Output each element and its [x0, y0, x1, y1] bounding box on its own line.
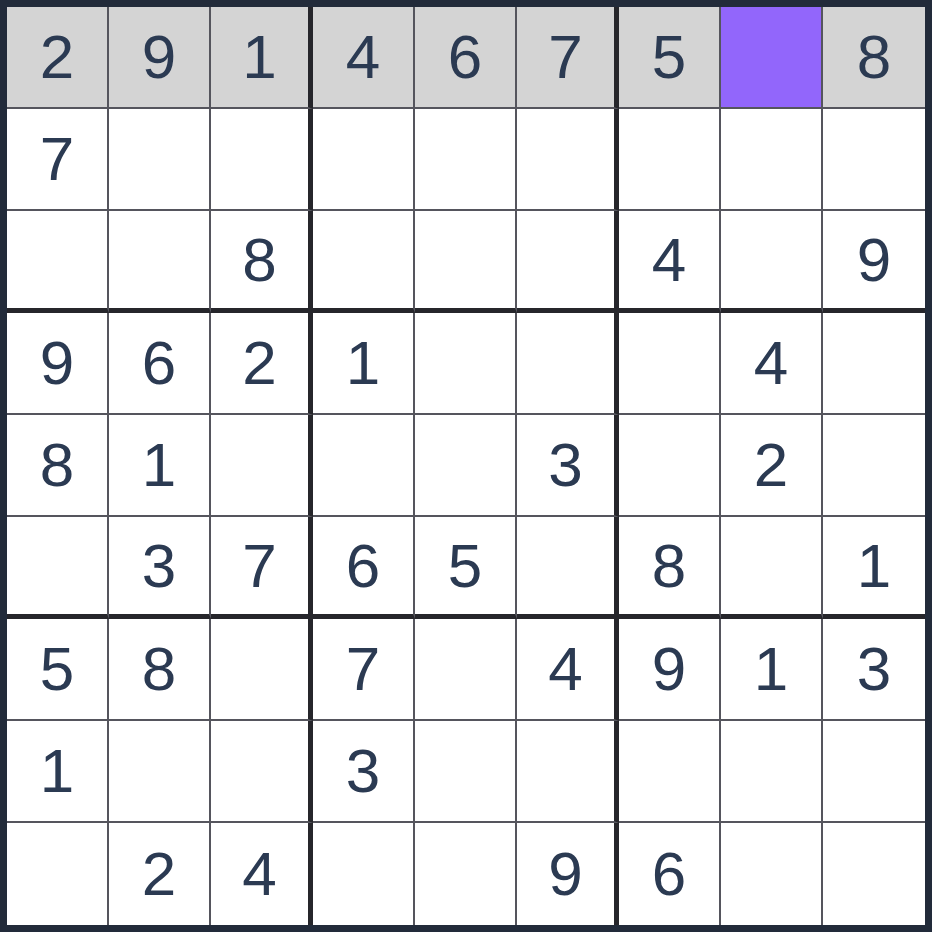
cell-r9c6[interactable]: 9: [517, 823, 619, 925]
cell-r7c5[interactable]: [415, 619, 517, 721]
cell-r2c1[interactable]: 7: [7, 109, 109, 211]
cell-r7c4[interactable]: 7: [313, 619, 415, 721]
cell-r6c1[interactable]: [7, 517, 109, 619]
cell-r1c2[interactable]: 9: [109, 7, 211, 109]
cell-r3c8[interactable]: [721, 211, 823, 313]
cell-r5c5[interactable]: [415, 415, 517, 517]
cell-r4c6[interactable]: [517, 313, 619, 415]
cell-r9c2[interactable]: 2: [109, 823, 211, 925]
cell-r6c8[interactable]: [721, 517, 823, 619]
cell-r4c2[interactable]: 6: [109, 313, 211, 415]
cell-r8c3[interactable]: [211, 721, 313, 823]
cell-r4c9[interactable]: [823, 313, 925, 415]
cell-r6c5[interactable]: 5: [415, 517, 517, 619]
cell-r4c8[interactable]: 4: [721, 313, 823, 415]
cell-r3c5[interactable]: [415, 211, 517, 313]
cell-r8c9[interactable]: [823, 721, 925, 823]
cell-r1c7[interactable]: 5: [619, 7, 721, 109]
cell-r3c9[interactable]: 9: [823, 211, 925, 313]
cell-r7c3[interactable]: [211, 619, 313, 721]
cell-r5c2[interactable]: 1: [109, 415, 211, 517]
cell-r6c6[interactable]: [517, 517, 619, 619]
cell-r7c6[interactable]: 4: [517, 619, 619, 721]
cell-r1c1[interactable]: 2: [7, 7, 109, 109]
cell-r2c9[interactable]: [823, 109, 925, 211]
cell-r2c8[interactable]: [721, 109, 823, 211]
cell-r5c3[interactable]: [211, 415, 313, 517]
cell-r4c4[interactable]: 1: [313, 313, 415, 415]
cell-r3c4[interactable]: [313, 211, 415, 313]
cell-r4c3[interactable]: 2: [211, 313, 313, 415]
cell-r1c4[interactable]: 4: [313, 7, 415, 109]
cell-r7c8[interactable]: 1: [721, 619, 823, 721]
cell-r9c4[interactable]: [313, 823, 415, 925]
cell-r8c8[interactable]: [721, 721, 823, 823]
cell-r9c7[interactable]: 6: [619, 823, 721, 925]
cell-r3c6[interactable]: [517, 211, 619, 313]
cell-r5c4[interactable]: [313, 415, 415, 517]
cell-r5c7[interactable]: [619, 415, 721, 517]
cell-r6c7[interactable]: 8: [619, 517, 721, 619]
cell-r3c3[interactable]: 8: [211, 211, 313, 313]
cell-r2c4[interactable]: [313, 109, 415, 211]
cell-r4c5[interactable]: [415, 313, 517, 415]
cell-r6c9[interactable]: 1: [823, 517, 925, 619]
cell-r6c2[interactable]: 3: [109, 517, 211, 619]
cell-r6c4[interactable]: 6: [313, 517, 415, 619]
cell-r8c6[interactable]: [517, 721, 619, 823]
cell-r2c6[interactable]: [517, 109, 619, 211]
cell-r3c1[interactable]: [7, 211, 109, 313]
cell-r4c1[interactable]: 9: [7, 313, 109, 415]
cell-r5c1[interactable]: 8: [7, 415, 109, 517]
cell-r9c8[interactable]: [721, 823, 823, 925]
cell-r8c5[interactable]: [415, 721, 517, 823]
cell-r7c2[interactable]: 8: [109, 619, 211, 721]
cell-r2c5[interactable]: [415, 109, 517, 211]
cell-r6c3[interactable]: 7: [211, 517, 313, 619]
cell-r3c2[interactable]: [109, 211, 211, 313]
cell-r8c1[interactable]: 1: [7, 721, 109, 823]
cell-r1c9[interactable]: 8: [823, 7, 925, 109]
cell-r1c3[interactable]: 1: [211, 7, 313, 109]
cell-r9c3[interactable]: 4: [211, 823, 313, 925]
cell-r2c2[interactable]: [109, 109, 211, 211]
cell-r1c5[interactable]: 6: [415, 7, 517, 109]
cell-r7c1[interactable]: 5: [7, 619, 109, 721]
cell-r7c7[interactable]: 9: [619, 619, 721, 721]
cell-r3c7[interactable]: 4: [619, 211, 721, 313]
cell-r5c6[interactable]: 3: [517, 415, 619, 517]
sudoku-board: 2914675878499621481323765815874913132496: [0, 0, 932, 932]
cell-r2c7[interactable]: [619, 109, 721, 211]
cell-r9c1[interactable]: [7, 823, 109, 925]
cell-r8c7[interactable]: [619, 721, 721, 823]
cell-r5c9[interactable]: [823, 415, 925, 517]
cell-r7c9[interactable]: 3: [823, 619, 925, 721]
cell-r1c6[interactable]: 7: [517, 7, 619, 109]
selected-cell-r1c8[interactable]: [721, 7, 823, 109]
cell-r4c7[interactable]: [619, 313, 721, 415]
cell-r9c5[interactable]: [415, 823, 517, 925]
cell-r9c9[interactable]: [823, 823, 925, 925]
cell-r8c4[interactable]: 3: [313, 721, 415, 823]
cell-r8c2[interactable]: [109, 721, 211, 823]
cell-r2c3[interactable]: [211, 109, 313, 211]
cell-r5c8[interactable]: 2: [721, 415, 823, 517]
